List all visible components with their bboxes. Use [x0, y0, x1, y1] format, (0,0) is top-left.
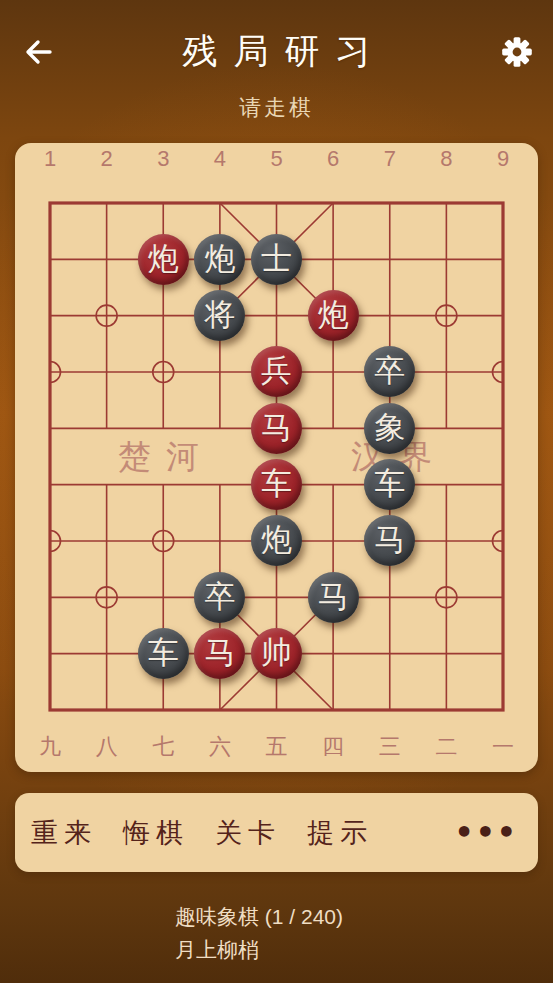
xiangqi-endgame-screen: { "game": "xiangqi", "position": { "fen"… — [0, 0, 553, 983]
piece-glyph: 车 — [148, 637, 179, 670]
more-button[interactable]: ••• — [454, 818, 518, 848]
level-progress: 趣味象棋 (1 / 240) — [175, 900, 343, 933]
hint-button[interactable]: 提示 — [307, 815, 373, 851]
piece-black-horse[interactable]: 马 — [308, 572, 359, 623]
piece-glyph: 马 — [374, 524, 405, 557]
level-name: 月上柳梢 — [175, 933, 343, 966]
piece-black-cannon[interactable]: 炮 — [251, 515, 302, 566]
piece-red-chariot[interactable]: 车 — [251, 459, 302, 510]
piece-glyph: 马 — [318, 581, 349, 614]
piece-glyph: 车 — [374, 468, 405, 501]
footer: 趣味象棋 (1 / 240) 月上柳梢 — [175, 900, 343, 966]
piece-glyph: 将 — [204, 299, 235, 332]
piece-black-horse[interactable]: 马 — [364, 515, 415, 566]
piece-black-cannon[interactable]: 炮 — [194, 234, 245, 285]
piece-red-cannon[interactable]: 炮 — [308, 290, 359, 341]
piece-glyph: 炮 — [148, 243, 179, 276]
piece-red-general[interactable]: 帅 — [251, 628, 302, 679]
piece-glyph: 士 — [261, 243, 292, 276]
piece-glyph: 象 — [374, 412, 405, 445]
piece-glyph: 炮 — [318, 299, 349, 332]
gear-icon — [501, 36, 533, 68]
piece-red-soldier[interactable]: 兵 — [251, 346, 302, 397]
piece-black-soldier[interactable]: 卒 — [364, 346, 415, 397]
piece-black-general[interactable]: 将 — [194, 290, 245, 341]
restart-button[interactable]: 重来 — [31, 815, 97, 851]
pieces-grid: 炮炮士将炮兵卒马象车车炮马卒马车马帅 — [22, 175, 532, 738]
piece-red-horse[interactable]: 马 — [251, 403, 302, 454]
settings-button[interactable] — [499, 34, 535, 70]
piece-black-elephant[interactable]: 象 — [364, 403, 415, 454]
undo-button[interactable]: 悔棋 — [123, 815, 189, 851]
piece-glyph: 车 — [261, 468, 292, 501]
page-title: 残局研习 — [0, 28, 553, 76]
toolbar: 重来 悔棋 关卡 提示 ••• — [15, 793, 538, 872]
header: 残局研习 — [0, 28, 553, 76]
piece-black-chariot[interactable]: 车 — [364, 459, 415, 510]
piece-black-chariot[interactable]: 车 — [138, 628, 189, 679]
piece-red-horse[interactable]: 马 — [194, 628, 245, 679]
board-panel: 123456789 九八七六五四三二一 楚河 汉界 炮炮士将炮兵卒马象车车炮马卒… — [15, 143, 538, 772]
piece-glyph: 炮 — [204, 243, 235, 276]
piece-red-cannon[interactable]: 炮 — [138, 234, 189, 285]
status-text: 请走棋 — [0, 93, 553, 123]
piece-glyph: 马 — [204, 637, 235, 670]
piece-glyph: 兵 — [261, 355, 292, 388]
piece-glyph: 卒 — [204, 581, 235, 614]
piece-glyph: 炮 — [261, 524, 292, 557]
piece-black-soldier[interactable]: 卒 — [194, 572, 245, 623]
piece-glyph: 卒 — [374, 355, 405, 388]
piece-glyph: 马 — [261, 412, 292, 445]
piece-black-advisor[interactable]: 士 — [251, 234, 302, 285]
piece-glyph: 帅 — [261, 637, 292, 670]
levels-button[interactable]: 关卡 — [215, 815, 281, 851]
